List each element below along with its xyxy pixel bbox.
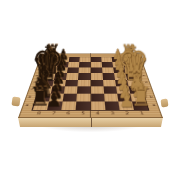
hinge-right <box>160 99 168 108</box>
file-label: a <box>152 104 156 107</box>
rank-label: 2 <box>125 111 130 115</box>
chess-board: 87654321 hgfedcba hgfedcba ♜♟♟♜♞♟♟♞♝♟♟♝♚… <box>18 54 163 118</box>
rank-label: 7 <box>51 111 56 115</box>
rank-label: 1 <box>139 111 144 115</box>
board-scene: 87654321 hgfedcba hgfedcba ♜♟♟♜♞♟♟♞♝♟♟♝♚… <box>32 21 149 138</box>
piece-slot-a1: ♜ <box>132 101 148 110</box>
hinge-left <box>11 96 20 106</box>
piece-slot-a7: ♟ <box>47 101 63 110</box>
file-label: a <box>25 104 29 107</box>
page-background: 87654321 hgfedcba hgfedcba ♜♟♟♜♞♟♟♞♝♟♟♝♚… <box>0 0 180 180</box>
rank-label: 6 <box>66 111 70 115</box>
piece-black-pawn-a7[interactable]: ♟ <box>47 91 62 110</box>
piece-white-rook-a1[interactable]: ♜ <box>131 84 152 110</box>
rank-label: 3 <box>110 111 114 115</box>
rank-label: 4 <box>96 111 100 115</box>
rank-label: 5 <box>81 111 85 115</box>
